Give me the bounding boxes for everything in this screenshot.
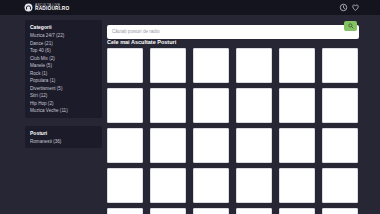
station-card[interactable] bbox=[279, 168, 315, 203]
radio-logo-icon bbox=[24, 3, 33, 12]
station-card[interactable] bbox=[322, 168, 358, 203]
station-card[interactable] bbox=[107, 88, 143, 123]
sidebar-link-hip-hop[interactable]: Hip Hop (2) bbox=[30, 100, 97, 108]
posturi-title: Posturi bbox=[30, 130, 97, 136]
station-card[interactable] bbox=[150, 208, 186, 214]
station-card[interactable] bbox=[150, 168, 186, 203]
sidebar-link-stiri[interactable]: Stiri (12) bbox=[30, 92, 97, 100]
categories-panel: Categorii Muzica 24/7 (22)Dance (21)Top … bbox=[25, 20, 102, 118]
station-card[interactable] bbox=[150, 88, 186, 123]
station-card[interactable] bbox=[150, 48, 186, 83]
sidebar-link-club-mix[interactable]: Club Mix (2) bbox=[30, 55, 97, 63]
station-card[interactable] bbox=[322, 88, 358, 123]
station-card[interactable] bbox=[193, 48, 229, 83]
station-card[interactable] bbox=[279, 48, 315, 83]
sidebar-link-rock[interactable]: Rock (1) bbox=[30, 70, 97, 78]
category-list: Muzica 24/7 (22)Dance (21)Top 40 (6)Club… bbox=[30, 32, 97, 115]
recent-clock-icon[interactable] bbox=[339, 3, 348, 12]
station-card[interactable] bbox=[236, 88, 272, 123]
sidebar-link-top-40[interactable]: Top 40 (6) bbox=[30, 47, 97, 55]
search-button[interactable] bbox=[344, 21, 357, 31]
site-logo[interactable]: ASCULTA LIVE RADIOURI.RO bbox=[24, 3, 69, 12]
station-card[interactable] bbox=[322, 48, 358, 83]
sidebar: Categorii Muzica 24/7 (22)Dance (21)Top … bbox=[25, 20, 102, 156]
logo-title: RADIOURI.RO bbox=[35, 7, 69, 12]
categories-title: Categorii bbox=[30, 24, 97, 30]
station-card[interactable] bbox=[279, 88, 315, 123]
search-input[interactable] bbox=[107, 25, 359, 39]
header: ASCULTA LIVE RADIOURI.RO bbox=[0, 0, 380, 15]
favorites-heart-icon[interactable] bbox=[351, 3, 360, 12]
logo-text: ASCULTA LIVE RADIOURI.RO bbox=[35, 4, 69, 12]
station-card[interactable] bbox=[322, 208, 358, 214]
posturi-panel: Posturi Romanesti (36) bbox=[25, 126, 102, 149]
sidebar-link-romanesti[interactable]: Romanesti (36) bbox=[30, 138, 97, 146]
station-card[interactable] bbox=[236, 168, 272, 203]
sidebar-link-muzica-veche[interactable]: Muzica Veche (11) bbox=[30, 107, 97, 115]
header-icons bbox=[339, 3, 360, 12]
station-card[interactable] bbox=[279, 128, 315, 163]
stations-grid bbox=[107, 48, 359, 214]
station-card[interactable] bbox=[236, 128, 272, 163]
sidebar-link-muzica-24-7[interactable]: Muzica 24/7 (22) bbox=[30, 32, 97, 40]
page-title: Cele mai Ascultate Posturi bbox=[107, 39, 359, 45]
station-card[interactable] bbox=[107, 208, 143, 214]
station-card[interactable] bbox=[279, 208, 315, 214]
page: ASCULTA LIVE RADIOURI.RO Categorii Muzic… bbox=[0, 0, 380, 214]
main-content: Cele mai Ascultate Posturi bbox=[107, 19, 359, 214]
search-bar bbox=[107, 19, 359, 33]
station-card[interactable] bbox=[193, 168, 229, 203]
sidebar-link-dance[interactable]: Dance (21) bbox=[30, 40, 97, 48]
posturi-list: Romanesti (36) bbox=[30, 138, 97, 146]
station-card[interactable] bbox=[193, 88, 229, 123]
sidebar-link-manele[interactable]: Manele (5) bbox=[30, 62, 97, 70]
station-card[interactable] bbox=[236, 48, 272, 83]
station-card[interactable] bbox=[193, 128, 229, 163]
station-card[interactable] bbox=[150, 128, 186, 163]
station-card[interactable] bbox=[107, 128, 143, 163]
station-card[interactable] bbox=[322, 128, 358, 163]
sidebar-link-populara[interactable]: Populara (1) bbox=[30, 77, 97, 85]
station-card[interactable] bbox=[193, 208, 229, 214]
station-card[interactable] bbox=[236, 208, 272, 214]
station-card[interactable] bbox=[107, 48, 143, 83]
magnifier-icon bbox=[348, 23, 354, 29]
sidebar-link-divertisment[interactable]: Divertisment (5) bbox=[30, 85, 97, 93]
station-card[interactable] bbox=[107, 168, 143, 203]
